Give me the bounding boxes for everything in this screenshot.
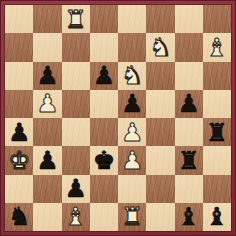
square-h6[interactable] — [203, 62, 231, 90]
piece-white-pawn[interactable]: ♟ — [121, 119, 143, 144]
square-f4[interactable] — [146, 118, 174, 146]
square-b2[interactable] — [33, 175, 61, 203]
piece-black-pawn[interactable]: ♟ — [93, 63, 115, 88]
square-b3[interactable]: ♟ — [33, 146, 61, 174]
square-f2[interactable] — [146, 175, 174, 203]
square-c3[interactable] — [62, 146, 90, 174]
square-g1[interactable]: ♝ — [175, 203, 203, 231]
board-frame: ♜♞♝♟♟♞♟♟♟♟♟♜♚♟♚♟♜♟♞♝♜♝♝ — [0, 0, 236, 236]
piece-black-bishop[interactable]: ♝ — [206, 204, 228, 229]
square-f8[interactable] — [146, 5, 174, 33]
square-c8[interactable]: ♜ — [62, 5, 90, 33]
square-a4[interactable]: ♟ — [5, 118, 33, 146]
square-e5[interactable]: ♟ — [118, 90, 146, 118]
piece-black-pawn[interactable]: ♟ — [36, 147, 58, 172]
square-e8[interactable] — [118, 5, 146, 33]
piece-black-king[interactable]: ♚ — [93, 147, 115, 172]
square-h4[interactable]: ♜ — [203, 118, 231, 146]
square-d2[interactable] — [90, 175, 118, 203]
square-d5[interactable] — [90, 90, 118, 118]
square-c1[interactable]: ♝ — [62, 203, 90, 231]
square-g4[interactable] — [175, 118, 203, 146]
square-e1[interactable]: ♜ — [118, 203, 146, 231]
square-d4[interactable] — [90, 118, 118, 146]
square-e7[interactable] — [118, 33, 146, 61]
square-b6[interactable]: ♟ — [33, 62, 61, 90]
square-f1[interactable] — [146, 203, 174, 231]
square-c7[interactable] — [62, 33, 90, 61]
chess-board: ♜♞♝♟♟♞♟♟♟♟♟♜♚♟♚♟♜♟♞♝♜♝♝ — [5, 5, 231, 231]
square-h3[interactable] — [203, 146, 231, 174]
square-e4[interactable]: ♟ — [118, 118, 146, 146]
square-b1[interactable] — [33, 203, 61, 231]
square-c6[interactable] — [62, 62, 90, 90]
piece-white-rook[interactable]: ♜ — [121, 204, 143, 229]
square-a2[interactable] — [5, 175, 33, 203]
square-f7[interactable]: ♞ — [146, 33, 174, 61]
square-g8[interactable] — [175, 5, 203, 33]
piece-black-knight[interactable]: ♞ — [8, 204, 30, 229]
square-a6[interactable] — [5, 62, 33, 90]
square-h1[interactable]: ♝ — [203, 203, 231, 231]
piece-white-rook[interactable]: ♜ — [64, 6, 86, 31]
piece-white-pawn[interactable]: ♟ — [121, 147, 143, 172]
square-h2[interactable] — [203, 175, 231, 203]
piece-white-bishop[interactable]: ♝ — [64, 204, 86, 229]
piece-white-king[interactable]: ♚ — [8, 147, 30, 172]
square-a8[interactable] — [5, 5, 33, 33]
piece-white-pawn[interactable]: ♟ — [36, 91, 58, 116]
square-f5[interactable] — [146, 90, 174, 118]
square-h8[interactable] — [203, 5, 231, 33]
square-e2[interactable] — [118, 175, 146, 203]
square-d1[interactable] — [90, 203, 118, 231]
piece-black-pawn[interactable]: ♟ — [177, 91, 199, 116]
square-g5[interactable]: ♟ — [175, 90, 203, 118]
square-a5[interactable] — [5, 90, 33, 118]
piece-black-pawn[interactable]: ♟ — [36, 63, 58, 88]
square-d3[interactable]: ♚ — [90, 146, 118, 174]
square-d8[interactable] — [90, 5, 118, 33]
square-g6[interactable] — [175, 62, 203, 90]
piece-black-rook[interactable]: ♜ — [177, 147, 199, 172]
square-b7[interactable] — [33, 33, 61, 61]
square-a3[interactable]: ♚ — [5, 146, 33, 174]
square-a1[interactable]: ♞ — [5, 203, 33, 231]
square-f6[interactable] — [146, 62, 174, 90]
piece-white-bishop[interactable]: ♝ — [206, 34, 228, 59]
square-d6[interactable]: ♟ — [90, 62, 118, 90]
square-b8[interactable] — [33, 5, 61, 33]
square-e6[interactable]: ♞ — [118, 62, 146, 90]
piece-black-pawn[interactable]: ♟ — [8, 119, 30, 144]
square-h7[interactable]: ♝ — [203, 33, 231, 61]
piece-black-bishop[interactable]: ♝ — [177, 204, 199, 229]
square-c2[interactable]: ♟ — [62, 175, 90, 203]
square-e3[interactable]: ♟ — [118, 146, 146, 174]
piece-black-pawn[interactable]: ♟ — [64, 176, 86, 201]
square-a7[interactable] — [5, 33, 33, 61]
piece-white-knight[interactable]: ♞ — [149, 34, 171, 59]
piece-black-rook[interactable]: ♜ — [206, 119, 228, 144]
square-g7[interactable] — [175, 33, 203, 61]
piece-white-knight[interactable]: ♞ — [121, 63, 143, 88]
square-c4[interactable] — [62, 118, 90, 146]
square-d7[interactable] — [90, 33, 118, 61]
square-f3[interactable] — [146, 146, 174, 174]
square-h5[interactable] — [203, 90, 231, 118]
square-c5[interactable] — [62, 90, 90, 118]
square-g3[interactable]: ♜ — [175, 146, 203, 174]
piece-black-pawn[interactable]: ♟ — [121, 91, 143, 116]
square-b5[interactable]: ♟ — [33, 90, 61, 118]
square-b4[interactable] — [33, 118, 61, 146]
square-g2[interactable] — [175, 175, 203, 203]
